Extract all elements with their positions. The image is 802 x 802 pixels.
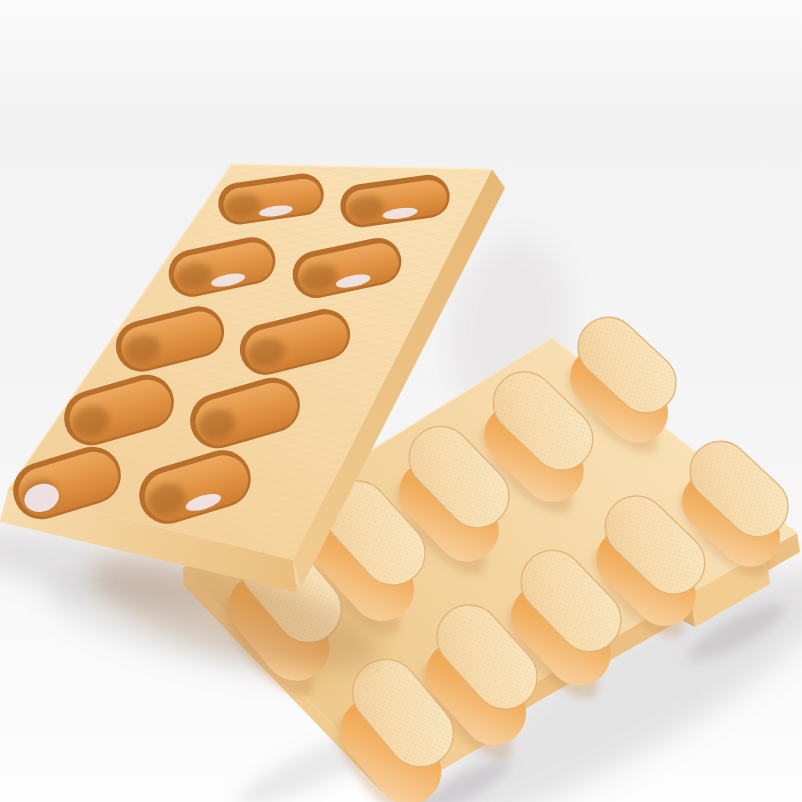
mold-product-photo (0, 0, 802, 802)
scene (0, 0, 802, 802)
product-photo-stage (0, 0, 802, 802)
